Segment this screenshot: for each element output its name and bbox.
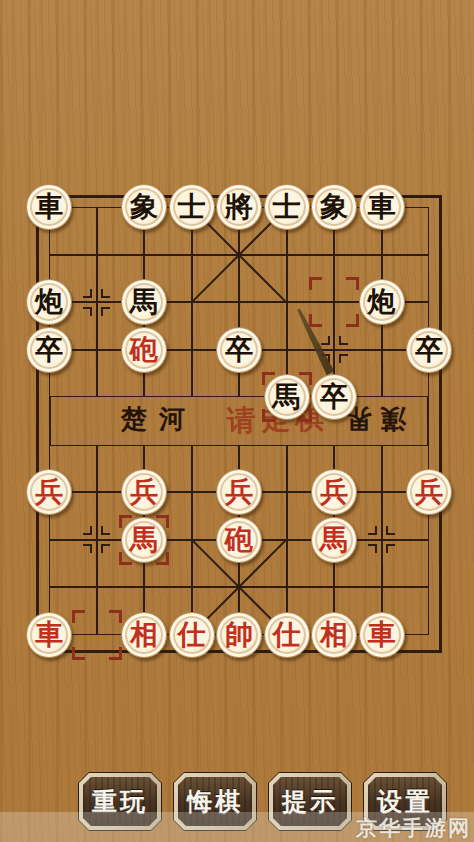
piece-glyph: 車 bbox=[368, 621, 396, 649]
xiangqi-board[interactable]: 楚河 请走棋 漢界 車象士將士象車炮馬炮卒砲卒卒馬卒兵兵兵兵兵馬砲馬車相仕帥仕相… bbox=[49, 207, 429, 635]
piece-red-soldier[interactable]: 兵 bbox=[121, 469, 167, 515]
piece-glyph: 炮 bbox=[368, 288, 396, 316]
board-point[interactable] bbox=[382, 540, 430, 588]
piece-black-chariot[interactable]: 車 bbox=[26, 184, 72, 230]
piece-black-advisor[interactable]: 士 bbox=[264, 184, 310, 230]
piece-glyph: 將 bbox=[225, 193, 253, 221]
piece-red-general[interactable]: 帥 bbox=[216, 612, 262, 658]
piece-black-horse[interactable]: 馬 bbox=[264, 374, 310, 420]
piece-glyph: 砲 bbox=[130, 336, 158, 364]
site-watermark: 京华手游网 bbox=[356, 814, 471, 842]
piece-black-soldier[interactable]: 卒 bbox=[406, 327, 452, 373]
piece-red-advisor[interactable]: 仕 bbox=[264, 612, 310, 658]
bracket-corner bbox=[109, 647, 122, 660]
river-label-chu-he: 楚河 bbox=[121, 404, 197, 434]
piece-glyph: 卒 bbox=[225, 336, 253, 364]
piece-red-horse[interactable]: 馬 bbox=[121, 517, 167, 563]
piece-glyph: 車 bbox=[368, 193, 396, 221]
piece-glyph: 卒 bbox=[320, 383, 348, 411]
piece-glyph: 仕 bbox=[273, 621, 301, 649]
bracket-corner bbox=[72, 647, 85, 660]
piece-glyph: 砲 bbox=[225, 526, 253, 554]
piece-glyph: 車 bbox=[35, 621, 63, 649]
piece-black-cannon[interactable]: 炮 bbox=[359, 279, 405, 325]
piece-glyph: 帥 bbox=[225, 621, 253, 649]
piece-glyph: 士 bbox=[273, 193, 301, 221]
piece-glyph: 馬 bbox=[320, 526, 348, 554]
piece-black-general[interactable]: 將 bbox=[216, 184, 262, 230]
piece-red-advisor[interactable]: 仕 bbox=[169, 612, 215, 658]
piece-black-elephant[interactable]: 象 bbox=[311, 184, 357, 230]
piece-black-cannon[interactable]: 炮 bbox=[26, 279, 72, 325]
piece-glyph: 兵 bbox=[225, 478, 253, 506]
piece-glyph: 相 bbox=[130, 621, 158, 649]
piece-glyph: 卒 bbox=[35, 336, 63, 364]
piece-glyph: 士 bbox=[178, 193, 206, 221]
piece-glyph: 兵 bbox=[130, 478, 158, 506]
piece-black-elephant[interactable]: 象 bbox=[121, 184, 167, 230]
piece-glyph: 兵 bbox=[35, 478, 63, 506]
piece-black-soldier[interactable]: 卒 bbox=[216, 327, 262, 373]
piece-black-soldier[interactable]: 卒 bbox=[311, 374, 357, 420]
piece-red-soldier[interactable]: 兵 bbox=[26, 469, 72, 515]
piece-glyph: 馬 bbox=[130, 526, 158, 554]
piece-glyph: 兵 bbox=[415, 478, 443, 506]
piece-glyph: 仕 bbox=[178, 621, 206, 649]
piece-red-cannon[interactable]: 砲 bbox=[216, 517, 262, 563]
piece-glyph: 炮 bbox=[35, 288, 63, 316]
piece-black-chariot[interactable]: 車 bbox=[359, 184, 405, 230]
piece-red-cannon[interactable]: 砲 bbox=[121, 327, 167, 373]
piece-glyph: 象 bbox=[130, 193, 158, 221]
piece-red-chariot[interactable]: 車 bbox=[26, 612, 72, 658]
piece-red-chariot[interactable]: 車 bbox=[359, 612, 405, 658]
board-point[interactable] bbox=[49, 540, 97, 588]
board-point[interactable] bbox=[287, 302, 335, 350]
piece-red-elephant[interactable]: 相 bbox=[311, 612, 357, 658]
piece-red-elephant[interactable]: 相 bbox=[121, 612, 167, 658]
piece-glyph: 馬 bbox=[130, 288, 158, 316]
piece-red-soldier[interactable]: 兵 bbox=[406, 469, 452, 515]
piece-red-horse[interactable]: 馬 bbox=[311, 517, 357, 563]
piece-red-soldier[interactable]: 兵 bbox=[311, 469, 357, 515]
piece-black-soldier[interactable]: 卒 bbox=[26, 327, 72, 373]
river: 楚河 请走棋 漢界 bbox=[49, 397, 429, 445]
piece-glyph: 車 bbox=[35, 193, 63, 221]
piece-red-soldier[interactable]: 兵 bbox=[216, 469, 262, 515]
piece-glyph: 兵 bbox=[320, 478, 348, 506]
piece-glyph: 馬 bbox=[273, 383, 301, 411]
piece-glyph: 相 bbox=[320, 621, 348, 649]
board-point[interactable] bbox=[287, 255, 335, 303]
piece-glyph: 卒 bbox=[415, 336, 443, 364]
piece-black-advisor[interactable]: 士 bbox=[169, 184, 215, 230]
piece-black-horse[interactable]: 馬 bbox=[121, 279, 167, 325]
watermark-band: 京华手游网 bbox=[0, 812, 474, 842]
piece-glyph: 象 bbox=[320, 193, 348, 221]
game-screen: 楚河 请走棋 漢界 車象士將士象車炮馬炮卒砲卒卒馬卒兵兵兵兵兵馬砲馬車相仕帥仕相… bbox=[0, 0, 474, 842]
